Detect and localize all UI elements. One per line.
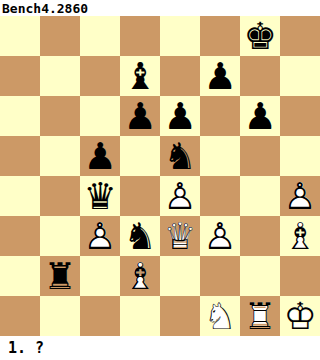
square-d7[interactable]: ♝ <box>120 56 160 96</box>
square-g3[interactable] <box>240 216 280 256</box>
piece-white-pawn: ♙ <box>80 216 120 256</box>
square-c1[interactable] <box>80 296 120 336</box>
square-e4[interactable]: ♟♙ <box>160 176 200 216</box>
square-b6[interactable] <box>40 96 80 136</box>
square-c7[interactable] <box>80 56 120 96</box>
square-c2[interactable] <box>80 256 120 296</box>
square-a3[interactable] <box>0 216 40 256</box>
square-f7[interactable]: ♟ <box>200 56 240 96</box>
piece-white-knight: ♘ <box>200 296 240 336</box>
chess-board: ♚♝♟♟♟♟♟♞♛♟♙♟♙♟♙♞♛♕♟♙♝♗♜♝♗♞♘♜♖♚♔ <box>0 16 320 336</box>
square-g8[interactable]: ♚ <box>240 16 280 56</box>
square-f4[interactable] <box>200 176 240 216</box>
piece-white-pawn-fill: ♟ <box>280 176 320 216</box>
piece-black-pawn: ♟ <box>120 96 160 136</box>
square-e8[interactable] <box>160 16 200 56</box>
square-b8[interactable] <box>40 16 80 56</box>
piece-white-pawn-fill: ♟ <box>160 176 200 216</box>
piece-white-knight-fill: ♞ <box>200 296 240 336</box>
square-e5[interactable]: ♞ <box>160 136 200 176</box>
piece-black-pawn: ♟ <box>80 136 120 176</box>
piece-white-pawn: ♙ <box>280 176 320 216</box>
square-e2[interactable] <box>160 256 200 296</box>
square-b2[interactable]: ♜ <box>40 256 80 296</box>
square-h1[interactable]: ♚♔ <box>280 296 320 336</box>
square-d2[interactable]: ♝♗ <box>120 256 160 296</box>
piece-white-queen-fill: ♛ <box>160 216 200 256</box>
square-a5[interactable] <box>0 136 40 176</box>
square-f3[interactable]: ♟♙ <box>200 216 240 256</box>
piece-black-bishop: ♝ <box>120 56 160 96</box>
piece-white-pawn-fill: ♟ <box>200 216 240 256</box>
square-d5[interactable] <box>120 136 160 176</box>
square-g2[interactable] <box>240 256 280 296</box>
piece-white-bishop: ♗ <box>280 216 320 256</box>
piece-white-pawn: ♙ <box>160 176 200 216</box>
piece-black-queen: ♛ <box>80 176 120 216</box>
piece-white-bishop: ♗ <box>120 256 160 296</box>
square-d6[interactable]: ♟ <box>120 96 160 136</box>
square-h6[interactable] <box>280 96 320 136</box>
square-h8[interactable] <box>280 16 320 56</box>
square-h2[interactable] <box>280 256 320 296</box>
piece-black-pawn: ♟ <box>160 96 200 136</box>
square-b3[interactable] <box>40 216 80 256</box>
square-c4[interactable]: ♛ <box>80 176 120 216</box>
piece-white-bishop-fill: ♝ <box>120 256 160 296</box>
square-c5[interactable]: ♟ <box>80 136 120 176</box>
square-c6[interactable] <box>80 96 120 136</box>
square-h4[interactable]: ♟♙ <box>280 176 320 216</box>
piece-white-queen: ♕ <box>160 216 200 256</box>
square-e1[interactable] <box>160 296 200 336</box>
piece-black-king: ♚ <box>240 16 280 56</box>
square-g4[interactable] <box>240 176 280 216</box>
piece-white-rook: ♖ <box>240 296 280 336</box>
piece-white-bishop-fill: ♝ <box>280 216 320 256</box>
square-d4[interactable] <box>120 176 160 216</box>
square-a8[interactable] <box>0 16 40 56</box>
square-g5[interactable] <box>240 136 280 176</box>
square-e6[interactable]: ♟ <box>160 96 200 136</box>
square-f5[interactable] <box>200 136 240 176</box>
square-g1[interactable]: ♜♖ <box>240 296 280 336</box>
square-h3[interactable]: ♝♗ <box>280 216 320 256</box>
move-prompt: 1. ? <box>0 336 320 360</box>
square-c8[interactable] <box>80 16 120 56</box>
square-e7[interactable] <box>160 56 200 96</box>
square-a7[interactable] <box>0 56 40 96</box>
square-c3[interactable]: ♟♙ <box>80 216 120 256</box>
piece-black-knight: ♞ <box>120 216 160 256</box>
square-f2[interactable] <box>200 256 240 296</box>
piece-black-pawn: ♟ <box>240 96 280 136</box>
piece-black-pawn: ♟ <box>200 56 240 96</box>
square-h7[interactable] <box>280 56 320 96</box>
square-b4[interactable] <box>40 176 80 216</box>
piece-black-knight: ♞ <box>160 136 200 176</box>
piece-white-pawn-fill: ♟ <box>80 216 120 256</box>
window-title: Bench4.2860 <box>0 0 320 16</box>
piece-white-king-fill: ♚ <box>280 296 320 336</box>
square-b1[interactable] <box>40 296 80 336</box>
square-b5[interactable] <box>40 136 80 176</box>
piece-black-rook: ♜ <box>40 256 80 296</box>
square-e3[interactable]: ♛♕ <box>160 216 200 256</box>
square-f1[interactable]: ♞♘ <box>200 296 240 336</box>
square-a2[interactable] <box>0 256 40 296</box>
square-h5[interactable] <box>280 136 320 176</box>
square-b7[interactable] <box>40 56 80 96</box>
piece-white-pawn: ♙ <box>200 216 240 256</box>
piece-white-rook-fill: ♜ <box>240 296 280 336</box>
square-f6[interactable] <box>200 96 240 136</box>
square-d3[interactable]: ♞ <box>120 216 160 256</box>
square-g7[interactable] <box>240 56 280 96</box>
square-d1[interactable] <box>120 296 160 336</box>
square-g6[interactable]: ♟ <box>240 96 280 136</box>
square-a4[interactable] <box>0 176 40 216</box>
square-f8[interactable] <box>200 16 240 56</box>
square-d8[interactable] <box>120 16 160 56</box>
square-a1[interactable] <box>0 296 40 336</box>
square-a6[interactable] <box>0 96 40 136</box>
piece-white-king: ♔ <box>280 296 320 336</box>
